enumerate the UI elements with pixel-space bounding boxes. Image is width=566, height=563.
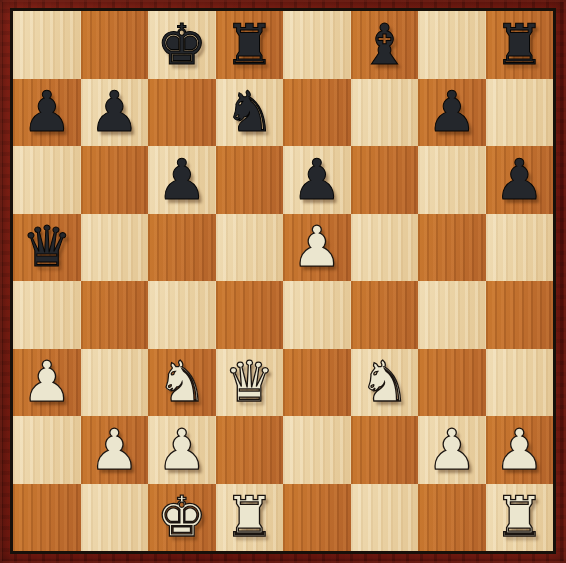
- square-f6[interactable]: [351, 146, 419, 214]
- square-c6[interactable]: ♟: [148, 146, 216, 214]
- square-b5[interactable]: [81, 214, 149, 282]
- square-e3[interactable]: [283, 349, 351, 417]
- square-e1[interactable]: [283, 484, 351, 552]
- square-g6[interactable]: [418, 146, 486, 214]
- square-b4[interactable]: [81, 281, 149, 349]
- piece-black-pawn[interactable]: ♟: [427, 84, 477, 140]
- piece-white-rook[interactable]: ♜: [224, 489, 274, 545]
- square-g1[interactable]: [418, 484, 486, 552]
- square-f2[interactable]: [351, 416, 419, 484]
- piece-white-pawn[interactable]: ♟: [157, 422, 207, 478]
- piece-white-pawn[interactable]: ♟: [494, 422, 544, 478]
- square-g3[interactable]: [418, 349, 486, 417]
- piece-black-pawn[interactable]: ♟: [89, 84, 139, 140]
- square-g4[interactable]: [418, 281, 486, 349]
- square-a3[interactable]: ♟: [13, 349, 81, 417]
- square-f1[interactable]: [351, 484, 419, 552]
- piece-white-rook[interactable]: ♜: [494, 489, 544, 545]
- square-d8[interactable]: ♜: [216, 11, 284, 79]
- square-h7[interactable]: [486, 79, 554, 147]
- square-g8[interactable]: [418, 11, 486, 79]
- square-b3[interactable]: [81, 349, 149, 417]
- square-g2[interactable]: ♟: [418, 416, 486, 484]
- square-a5[interactable]: ♛: [13, 214, 81, 282]
- square-f4[interactable]: [351, 281, 419, 349]
- square-a1[interactable]: [13, 484, 81, 552]
- piece-black-rook[interactable]: ♜: [224, 17, 274, 73]
- piece-white-pawn[interactable]: ♟: [427, 422, 477, 478]
- square-c3[interactable]: ♞: [148, 349, 216, 417]
- piece-black-pawn[interactable]: ♟: [22, 84, 72, 140]
- piece-black-pawn[interactable]: ♟: [157, 152, 207, 208]
- square-h8[interactable]: ♜: [486, 11, 554, 79]
- square-d5[interactable]: [216, 214, 284, 282]
- square-d7[interactable]: ♞: [216, 79, 284, 147]
- piece-black-king[interactable]: ♚: [157, 17, 207, 73]
- square-b7[interactable]: ♟: [81, 79, 149, 147]
- piece-white-king[interactable]: ♚: [157, 489, 207, 545]
- piece-white-pawn[interactable]: ♟: [89, 422, 139, 478]
- square-d4[interactable]: [216, 281, 284, 349]
- square-d1[interactable]: ♜: [216, 484, 284, 552]
- piece-white-pawn[interactable]: ♟: [292, 219, 342, 275]
- square-e2[interactable]: [283, 416, 351, 484]
- piece-white-pawn[interactable]: ♟: [22, 354, 72, 410]
- square-a8[interactable]: [13, 11, 81, 79]
- square-f5[interactable]: [351, 214, 419, 282]
- piece-white-queen[interactable]: ♛: [224, 354, 274, 410]
- square-a4[interactable]: [13, 281, 81, 349]
- piece-black-queen[interactable]: ♛: [22, 219, 72, 275]
- square-c5[interactable]: [148, 214, 216, 282]
- square-c8[interactable]: ♚: [148, 11, 216, 79]
- square-g5[interactable]: [418, 214, 486, 282]
- piece-black-pawn[interactable]: ♟: [292, 152, 342, 208]
- square-f3[interactable]: ♞: [351, 349, 419, 417]
- piece-white-knight[interactable]: ♞: [157, 354, 207, 410]
- square-f8[interactable]: ♝: [351, 11, 419, 79]
- square-a2[interactable]: [13, 416, 81, 484]
- board-frame: ♚♜♝♜♟♟♞♟♟♟♟♛♟♟♞♛♞♟♟♟♟♚♜♜: [0, 0, 566, 563]
- square-h3[interactable]: [486, 349, 554, 417]
- square-e4[interactable]: [283, 281, 351, 349]
- square-b8[interactable]: [81, 11, 149, 79]
- square-e7[interactable]: [283, 79, 351, 147]
- square-b6[interactable]: [81, 146, 149, 214]
- square-e5[interactable]: ♟: [283, 214, 351, 282]
- square-h5[interactable]: [486, 214, 554, 282]
- square-h4[interactable]: [486, 281, 554, 349]
- piece-black-bishop[interactable]: ♝: [359, 17, 409, 73]
- square-g7[interactable]: ♟: [418, 79, 486, 147]
- chess-board: ♚♜♝♜♟♟♞♟♟♟♟♛♟♟♞♛♞♟♟♟♟♚♜♜: [10, 8, 556, 554]
- square-c1[interactable]: ♚: [148, 484, 216, 552]
- square-d2[interactable]: [216, 416, 284, 484]
- piece-black-rook[interactable]: ♜: [494, 17, 544, 73]
- square-c2[interactable]: ♟: [148, 416, 216, 484]
- square-c4[interactable]: [148, 281, 216, 349]
- square-b2[interactable]: ♟: [81, 416, 149, 484]
- square-e8[interactable]: [283, 11, 351, 79]
- piece-black-knight[interactable]: ♞: [224, 84, 274, 140]
- square-a7[interactable]: ♟: [13, 79, 81, 147]
- square-c7[interactable]: [148, 79, 216, 147]
- square-b1[interactable]: [81, 484, 149, 552]
- square-e6[interactable]: ♟: [283, 146, 351, 214]
- square-f7[interactable]: [351, 79, 419, 147]
- square-h6[interactable]: ♟: [486, 146, 554, 214]
- square-d6[interactable]: [216, 146, 284, 214]
- square-d3[interactable]: ♛: [216, 349, 284, 417]
- piece-black-pawn[interactable]: ♟: [494, 152, 544, 208]
- square-h1[interactable]: ♜: [486, 484, 554, 552]
- square-a6[interactable]: [13, 146, 81, 214]
- piece-white-knight[interactable]: ♞: [359, 354, 409, 410]
- square-h2[interactable]: ♟: [486, 416, 554, 484]
